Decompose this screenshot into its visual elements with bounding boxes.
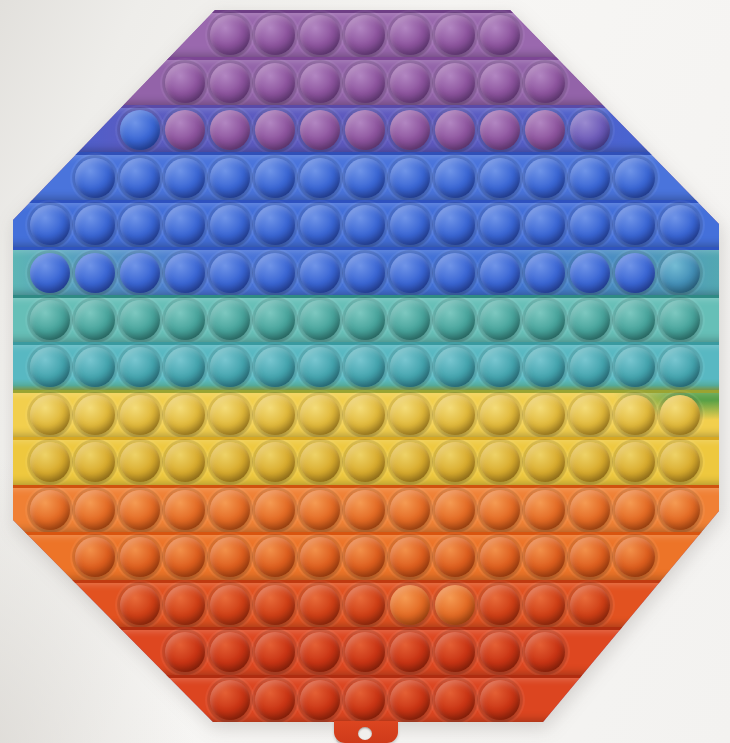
bubble-row [0,580,730,627]
bubble [165,490,205,530]
bubble [615,205,655,245]
bubble [300,110,340,150]
bubble [255,585,295,625]
bubble [525,490,565,530]
bubble [435,537,475,577]
bubble [525,300,565,340]
bubble [255,490,295,530]
bubble [525,158,565,198]
bubble [345,490,385,530]
bubble [165,253,205,293]
bubble [345,205,385,245]
bubble [435,680,475,720]
bubble [615,300,655,340]
bubble [480,347,520,387]
bubble [165,347,205,387]
bubble [435,442,475,482]
bubble [300,585,340,625]
bubble [255,632,295,672]
bubble [165,110,205,150]
tab-hole [358,727,372,740]
hang-tab [334,721,398,743]
bubble [75,537,115,577]
bubble [165,632,205,672]
bubble [525,63,565,103]
bubble [165,300,205,340]
bubble-row [0,105,730,152]
bubble [75,253,115,293]
bubble [120,395,160,435]
bubble [390,395,430,435]
bubble [75,205,115,245]
bubble [255,347,295,387]
bubble [345,347,385,387]
bubble [660,442,700,482]
bubble [30,347,70,387]
bubble [480,585,520,625]
bubble [165,585,205,625]
bubble [615,347,655,387]
bubble [660,300,700,340]
bubble [210,490,250,530]
bubble [300,347,340,387]
bubble [480,158,520,198]
bubble [570,205,610,245]
bubble [345,63,385,103]
bubble [210,632,250,672]
bubble [570,158,610,198]
bubble [525,442,565,482]
bubble [30,253,70,293]
bubble-row [0,152,730,199]
bubble [390,63,430,103]
bubble [75,158,115,198]
bubble [255,537,295,577]
bubble [570,537,610,577]
bubble [165,63,205,103]
bubble-row [0,247,730,294]
bubble [120,585,160,625]
bubble [570,347,610,387]
bubble [435,15,475,55]
bubble [345,585,385,625]
bubble [210,110,250,150]
bubble [120,442,160,482]
bubble [345,442,385,482]
bubble [300,300,340,340]
bubble [480,63,520,103]
bubble [525,253,565,293]
bubble [435,158,475,198]
bubble [75,347,115,387]
bubble [480,15,520,55]
bubble [255,442,295,482]
bubble-row [0,675,730,722]
bubble [390,680,430,720]
bubble-row [0,437,730,484]
bubble [390,632,430,672]
bubble-row [0,57,730,104]
bubble [615,442,655,482]
bubble [345,15,385,55]
bubble [120,158,160,198]
bubble [345,680,385,720]
bubble [390,205,430,245]
bubble [390,537,430,577]
bubble [210,253,250,293]
bubble [30,300,70,340]
bubble [255,253,295,293]
bubble [165,395,205,435]
bubble [435,300,475,340]
bubble [570,490,610,530]
bubble [210,395,250,435]
bubble [480,395,520,435]
bubble [480,490,520,530]
bubble [75,490,115,530]
bubble [570,442,610,482]
bubble [390,158,430,198]
bubble [570,395,610,435]
bubble-row [0,532,730,579]
bubble [30,395,70,435]
bubble [120,110,160,150]
bubble [120,490,160,530]
bubble [255,110,295,150]
bubble [525,585,565,625]
bubble [165,158,205,198]
bubble [480,680,520,720]
bubble [75,442,115,482]
bubble [120,205,160,245]
bubble [210,63,250,103]
bubble [120,253,160,293]
bubble [390,442,430,482]
bubble [300,632,340,672]
bubble [210,300,250,340]
bubble [390,110,430,150]
bubble [570,300,610,340]
bubble [255,15,295,55]
bubble-row [0,627,730,674]
bubble [300,63,340,103]
bubble [210,347,250,387]
bubble [210,158,250,198]
bubble [345,395,385,435]
bubble [525,632,565,672]
bubble [120,347,160,387]
bubble [435,63,475,103]
bubble [210,442,250,482]
bubble [210,15,250,55]
bubble [435,347,475,387]
bubble [210,537,250,577]
bubble [480,300,520,340]
bubble [480,537,520,577]
bubble [435,490,475,530]
bubble [615,395,655,435]
bubble [255,63,295,103]
bubble [480,205,520,245]
board-shadow [0,0,730,743]
bubble-row [0,342,730,389]
bubble [345,110,385,150]
bubble [300,395,340,435]
bubble [165,442,205,482]
bubble [300,15,340,55]
bubble [75,300,115,340]
bubble [435,253,475,293]
bubble [570,585,610,625]
bubble [390,490,430,530]
bubble [525,537,565,577]
bubble [435,585,475,625]
bubble [300,253,340,293]
bubble [615,158,655,198]
bubble [255,300,295,340]
bubble [120,537,160,577]
bubble [615,253,655,293]
bubble [660,205,700,245]
bubble [165,537,205,577]
bubble-row [0,200,730,247]
bubble [255,395,295,435]
bubble-row [0,295,730,342]
bubble [255,205,295,245]
bubble-row [0,485,730,532]
bubble-row [0,10,730,57]
bubble [120,300,160,340]
bubble [390,300,430,340]
bubble [300,158,340,198]
photo-background [0,0,730,743]
bubble-rows [0,10,730,722]
bubble [480,253,520,293]
bubble [30,490,70,530]
bubble [345,253,385,293]
bubble [435,632,475,672]
bubble [435,205,475,245]
bubble [390,15,430,55]
bubble [435,110,475,150]
bubble [525,347,565,387]
bubble [660,253,700,293]
bubble [390,347,430,387]
bubble [30,442,70,482]
bubble [615,490,655,530]
bubble [345,158,385,198]
bubble [300,442,340,482]
bubble [75,395,115,435]
bubble [255,680,295,720]
bubble [660,395,700,435]
bubble [210,680,250,720]
bubble [660,347,700,387]
bubble [390,585,430,625]
bubble [525,205,565,245]
bubble [390,253,430,293]
bubble [525,110,565,150]
bubble [255,158,295,198]
bubble [435,395,475,435]
bubble [210,205,250,245]
bubble [480,110,520,150]
bubble [480,632,520,672]
bubble [30,205,70,245]
bubble [165,205,205,245]
popit-board [0,0,730,743]
bubble [525,395,565,435]
bubble [300,537,340,577]
bubble [480,442,520,482]
bubble [210,585,250,625]
bubble [570,110,610,150]
bubble [300,490,340,530]
bubble [570,253,610,293]
bubble [300,680,340,720]
bubble [300,205,340,245]
bubble [660,490,700,530]
bubble [615,537,655,577]
bubble [345,632,385,672]
bubble [345,300,385,340]
bubble [345,537,385,577]
bubble-row [0,390,730,437]
